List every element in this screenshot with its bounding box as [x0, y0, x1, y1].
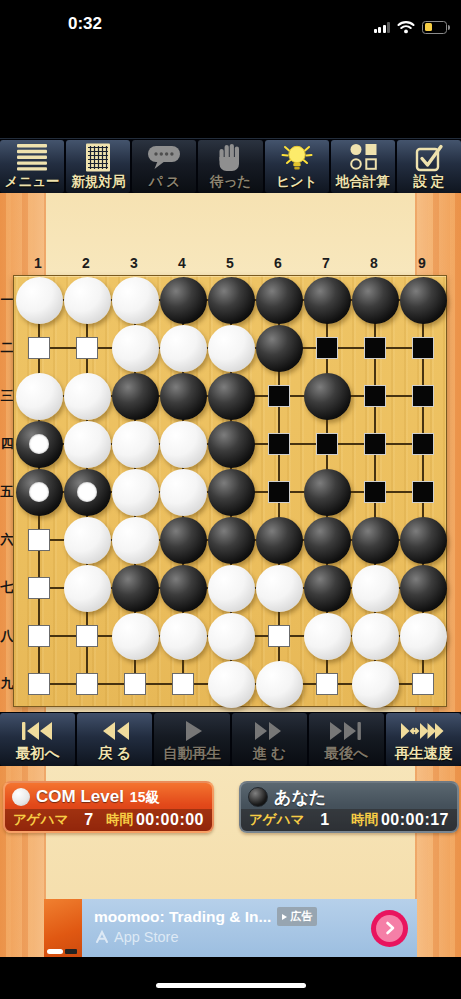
- board-cell-7-七[interactable]: [303, 564, 351, 612]
- menu-icon: [17, 141, 47, 173]
- dead-black-stone: [16, 469, 63, 516]
- pass-label: パ ス: [149, 173, 180, 191]
- board-cell-3-七[interactable]: [111, 564, 159, 612]
- black-territory-marker: [412, 481, 434, 503]
- board-cell-3-三[interactable]: [111, 372, 159, 420]
- black-captures-value: 1: [320, 811, 329, 829]
- adchoices-icon: [282, 914, 287, 920]
- board-cell-2-七[interactable]: [63, 564, 111, 612]
- column-label-1: 1: [14, 255, 62, 273]
- black-stone: [256, 277, 303, 324]
- playback-button-back[interactable]: 戻 る: [77, 713, 152, 766]
- white-stone: [112, 277, 159, 324]
- board-cell-9-四[interactable]: [399, 420, 447, 468]
- black-stone: [208, 469, 255, 516]
- go-board: [13, 275, 447, 707]
- board-cell-7-四[interactable]: [303, 420, 351, 468]
- undo-hand-icon: [217, 141, 243, 173]
- white-captures-value: 7: [84, 811, 93, 829]
- column-label-3: 3: [110, 255, 158, 273]
- board-cell-1-一[interactable]: [15, 276, 63, 324]
- white-stone: [208, 325, 255, 372]
- board-cell-6-六[interactable]: [255, 516, 303, 564]
- black-stone: [304, 373, 351, 420]
- playback-toolbar: 最初へ 戻 る 自動再生 進 む: [0, 712, 461, 766]
- board-cell-7-二[interactable]: [303, 324, 351, 372]
- board-cell-7-一[interactable]: [303, 276, 351, 324]
- skip-to-start-icon: [20, 717, 56, 744]
- black-territory-marker: [316, 337, 338, 359]
- black-stone: [160, 277, 207, 324]
- board-cell-7-八[interactable]: [303, 612, 351, 660]
- white-player-name: COM Level: [36, 787, 124, 807]
- playback-autoplay-label: 自動再生: [163, 744, 221, 763]
- white-stone: [64, 373, 111, 420]
- white-territory-marker: [28, 625, 50, 647]
- board-cell-8-七[interactable]: [351, 564, 399, 612]
- board-cell-9-六[interactable]: [399, 516, 447, 564]
- board-row-labels: 一二三四五六七八九: [0, 276, 14, 708]
- board-cell-1-八[interactable]: [15, 612, 63, 660]
- white-stone: [352, 613, 399, 660]
- white-stone: [208, 661, 255, 708]
- dead-stone-white-circle-mark: [77, 482, 97, 502]
- row-label-3: 三: [0, 372, 14, 420]
- board-cell-6-一[interactable]: [255, 276, 303, 324]
- board-cell-8-四[interactable]: [351, 420, 399, 468]
- black-territory-marker: [412, 337, 434, 359]
- board-cell-5-三[interactable]: [207, 372, 255, 420]
- dead-stone-white-circle-mark: [29, 434, 49, 454]
- ad-store-label: App Store: [114, 929, 179, 945]
- app-screen: 0:32 メニュー: [0, 0, 461, 999]
- board-cell-3-八[interactable]: [111, 612, 159, 660]
- column-label-2: 2: [62, 255, 110, 273]
- white-stone: [256, 565, 303, 612]
- white-territory-marker: [412, 673, 434, 695]
- menu-button[interactable]: メニュー: [0, 140, 64, 193]
- white-territory-marker: [28, 673, 50, 695]
- white-stone-icon: [12, 788, 30, 806]
- board-cell-8-八[interactable]: [351, 612, 399, 660]
- black-player-name: あなた: [274, 786, 326, 809]
- white-territory-marker: [28, 577, 50, 599]
- white-territory-marker: [28, 529, 50, 551]
- board-cell-8-五[interactable]: [351, 468, 399, 516]
- board-cell-9-八[interactable]: [399, 612, 447, 660]
- black-stone: [400, 277, 447, 324]
- dead-black-stone: [16, 421, 63, 468]
- board-cell-5-九[interactable]: [207, 660, 255, 708]
- board-cell-2-四[interactable]: [63, 420, 111, 468]
- black-stone: [304, 469, 351, 516]
- board-cell-2-二[interactable]: [63, 324, 111, 372]
- white-stone: [64, 277, 111, 324]
- board-cell-5-四[interactable]: [207, 420, 255, 468]
- black-time-value: 00:00:17: [381, 811, 449, 829]
- row-label-2: 二: [0, 324, 14, 372]
- black-stone: [400, 517, 447, 564]
- board-cell-7-三[interactable]: [303, 372, 351, 420]
- playback-back-label: 戻 る: [98, 744, 131, 763]
- row-label-8: 八: [0, 612, 14, 660]
- new-game-button[interactable]: 新規対局: [66, 140, 130, 193]
- board-cell-9-九[interactable]: [399, 660, 447, 708]
- board-cell-3-五[interactable]: [111, 468, 159, 516]
- board-cell-8-九[interactable]: [351, 660, 399, 708]
- board-cell-2-五[interactable]: [63, 468, 111, 516]
- board-cell-5-五[interactable]: [207, 468, 255, 516]
- row-label-6: 六: [0, 516, 14, 564]
- white-territory-marker: [172, 673, 194, 695]
- column-label-4: 4: [158, 255, 206, 273]
- board-cell-6-九[interactable]: [255, 660, 303, 708]
- app-store-icon: [94, 929, 110, 945]
- black-territory-marker: [316, 433, 338, 455]
- board-cell-4-七[interactable]: [159, 564, 207, 612]
- ad-content: moomoo: Trading & In... 広告 App Store: [82, 899, 371, 957]
- playback-button-last[interactable]: 最後へ: [309, 713, 384, 766]
- board-cell-5-七[interactable]: [207, 564, 255, 612]
- board-cell-4-一[interactable]: [159, 276, 207, 324]
- board-cell-6-五[interactable]: [255, 468, 303, 516]
- white-stone: [16, 373, 63, 420]
- settings-label: 設 定: [414, 173, 445, 191]
- row-label-4: 四: [0, 420, 14, 468]
- board-grid: [15, 276, 447, 708]
- black-stone: [208, 517, 255, 564]
- black-territory-marker: [364, 433, 386, 455]
- white-stone: [112, 517, 159, 564]
- black-territory-marker: [364, 385, 386, 407]
- board-cell-3-四[interactable]: [111, 420, 159, 468]
- black-stone: [112, 565, 159, 612]
- board-cell-4-四[interactable]: [159, 420, 207, 468]
- board-cell-1-二[interactable]: [15, 324, 63, 372]
- ad-badge: 広告: [277, 907, 317, 926]
- home-bar-area: [0, 957, 461, 999]
- playback-speed-label: 再生速度: [394, 744, 452, 763]
- white-territory-marker: [316, 673, 338, 695]
- column-label-7: 7: [302, 255, 350, 273]
- white-player-panel: COM Level 15級 アゲハマ 7 時間 00:00:00: [3, 781, 214, 833]
- board-cell-2-一[interactable]: [63, 276, 111, 324]
- ad-banner[interactable]: moomoo: Trading & In... 広告 App Store: [44, 899, 417, 957]
- white-stone: [400, 613, 447, 660]
- row-label-5: 五: [0, 468, 14, 516]
- board-cell-6-四[interactable]: [255, 420, 303, 468]
- board-cell-9-七[interactable]: [399, 564, 447, 612]
- board-cell-4-二[interactable]: [159, 324, 207, 372]
- white-territory-marker: [124, 673, 146, 695]
- play-icon: [180, 717, 204, 744]
- white-player-rank: 15級: [130, 789, 160, 807]
- black-stone: [304, 277, 351, 324]
- black-stone: [160, 517, 207, 564]
- white-territory-marker: [76, 673, 98, 695]
- white-time-label: 時間: [106, 811, 133, 829]
- menu-label: メニュー: [5, 173, 60, 191]
- white-stone: [64, 421, 111, 468]
- board-cell-9-二[interactable]: [399, 324, 447, 372]
- board-cell-4-八[interactable]: [159, 612, 207, 660]
- board-cell-3-一[interactable]: [111, 276, 159, 324]
- black-stone-icon: [248, 787, 268, 807]
- board-cell-2-六[interactable]: [63, 516, 111, 564]
- black-territory-marker: [364, 481, 386, 503]
- board-cell-4-九[interactable]: [159, 660, 207, 708]
- undo-button[interactable]: 待った: [198, 140, 262, 193]
- home-indicator[interactable]: [156, 983, 306, 988]
- board-cell-1-五[interactable]: [15, 468, 63, 516]
- dead-black-stone: [64, 469, 111, 516]
- playback-button-autoplay[interactable]: 自動再生: [154, 713, 229, 766]
- undo-label: 待った: [210, 173, 251, 191]
- white-stone: [112, 613, 159, 660]
- row-label-9: 九: [0, 660, 14, 708]
- playback-button-forward[interactable]: 進 む: [232, 713, 307, 766]
- black-stone: [352, 517, 399, 564]
- board-cell-8-三[interactable]: [351, 372, 399, 420]
- white-territory-marker: [28, 337, 50, 359]
- black-stone: [208, 373, 255, 420]
- white-stone: [352, 565, 399, 612]
- column-label-6: 6: [254, 255, 302, 273]
- status-icons: [374, 20, 448, 34]
- white-territory-marker: [76, 337, 98, 359]
- rewind-icon: [99, 717, 131, 744]
- white-stone: [112, 469, 159, 516]
- white-stone: [160, 469, 207, 516]
- wifi-icon: [397, 20, 415, 34]
- dead-stone-white-circle-mark: [29, 482, 49, 502]
- hint-bulb-icon: [279, 141, 315, 173]
- black-captures-label: アゲハマ: [249, 811, 304, 829]
- black-player-panel: あなた アゲハマ 1 時間 00:00:17: [239, 781, 459, 833]
- black-stone: [208, 277, 255, 324]
- white-stone: [112, 421, 159, 468]
- board-cell-3-九[interactable]: [111, 660, 159, 708]
- board-cell-1-九[interactable]: [15, 660, 63, 708]
- territory-count-icon: [349, 141, 377, 173]
- board-cell-8-二[interactable]: [351, 324, 399, 372]
- column-label-9: 9: [398, 255, 446, 273]
- black-territory-marker: [268, 385, 290, 407]
- top-toolbar: メニュー 新規対局 パ ス: [0, 138, 461, 193]
- black-stone: [208, 421, 255, 468]
- chevron-right-icon: [383, 921, 397, 935]
- pass-bubble-icon: [147, 141, 181, 173]
- board-cell-9-一[interactable]: [399, 276, 447, 324]
- black-time-label: 時間: [351, 811, 378, 829]
- board-cell-7-九[interactable]: [303, 660, 351, 708]
- black-stone: [352, 277, 399, 324]
- white-stone: [208, 565, 255, 612]
- playback-first-label: 最初へ: [16, 744, 60, 763]
- black-stone: [112, 373, 159, 420]
- column-label-8: 8: [350, 255, 398, 273]
- board-cell-5-六[interactable]: [207, 516, 255, 564]
- status-time: 0:32: [50, 14, 120, 34]
- board-cell-1-六[interactable]: [15, 516, 63, 564]
- ad-title: moomoo: Trading & In...: [94, 908, 271, 926]
- playback-speed-icon: [400, 717, 446, 744]
- black-stone: [304, 565, 351, 612]
- black-stone: [304, 517, 351, 564]
- playback-button-speed[interactable]: 再生速度: [386, 713, 461, 766]
- white-stone: [256, 661, 303, 708]
- board-cell-9-三[interactable]: [399, 372, 447, 420]
- white-stone: [352, 661, 399, 708]
- ad-open-button[interactable]: [371, 910, 408, 947]
- white-stone: [160, 325, 207, 372]
- white-stone: [112, 325, 159, 372]
- black-territory-marker: [412, 433, 434, 455]
- row-label-1: 一: [0, 276, 14, 324]
- board-cell-4-六[interactable]: [159, 516, 207, 564]
- white-stone: [208, 613, 255, 660]
- black-territory-marker: [412, 385, 434, 407]
- board-cell-1-四[interactable]: [15, 420, 63, 468]
- white-captures-label: アゲハマ: [13, 811, 68, 829]
- territory-count-button[interactable]: 地合計算: [331, 140, 395, 193]
- white-stone: [64, 565, 111, 612]
- board-cell-3-二[interactable]: [111, 324, 159, 372]
- pass-button[interactable]: パ ス: [132, 140, 196, 193]
- board-cell-2-三[interactable]: [63, 372, 111, 420]
- playback-last-label: 最後へ: [324, 744, 368, 763]
- board-cell-5-八[interactable]: [207, 612, 255, 660]
- black-stone: [160, 565, 207, 612]
- ad-thumbnail: [44, 899, 82, 957]
- board-cell-6-八[interactable]: [255, 612, 303, 660]
- black-stone: [160, 373, 207, 420]
- black-territory-marker: [268, 433, 290, 455]
- white-territory-marker: [268, 625, 290, 647]
- fast-forward-icon: [253, 717, 285, 744]
- settings-button[interactable]: 設 定: [397, 140, 461, 193]
- white-stone: [16, 277, 63, 324]
- white-stone: [64, 517, 111, 564]
- board-cell-7-六[interactable]: [303, 516, 351, 564]
- board-cell-6-二[interactable]: [255, 324, 303, 372]
- black-territory-marker: [364, 337, 386, 359]
- board-cell-1-三[interactable]: [15, 372, 63, 420]
- board-cell-2-八[interactable]: [63, 612, 111, 660]
- board-cell-8-一[interactable]: [351, 276, 399, 324]
- new-game-board-icon: [84, 141, 112, 173]
- board-cell-7-五[interactable]: [303, 468, 351, 516]
- board-cell-6-三[interactable]: [255, 372, 303, 420]
- board-cell-5-一[interactable]: [207, 276, 255, 324]
- battery-icon: [422, 21, 447, 34]
- board-cell-2-九[interactable]: [63, 660, 111, 708]
- playback-forward-label: 進 む: [252, 744, 285, 763]
- new-game-label: 新規対局: [71, 173, 125, 191]
- board-cell-1-七[interactable]: [15, 564, 63, 612]
- board-cell-9-五[interactable]: [399, 468, 447, 516]
- playback-button-first[interactable]: 最初へ: [0, 713, 75, 766]
- black-stone: [256, 517, 303, 564]
- hint-button[interactable]: ヒント: [265, 140, 329, 193]
- cellular-signal-icon: [374, 22, 391, 33]
- black-stone: [256, 325, 303, 372]
- board-cell-4-五[interactable]: [159, 468, 207, 516]
- settings-check-icon: [414, 141, 444, 173]
- hint-label: ヒント: [276, 173, 317, 191]
- board-cell-8-六[interactable]: [351, 516, 399, 564]
- black-territory-marker: [268, 481, 290, 503]
- board-cell-6-七[interactable]: [255, 564, 303, 612]
- board-cell-5-二[interactable]: [207, 324, 255, 372]
- territory-count-label: 地合計算: [336, 173, 390, 191]
- row-label-7: 七: [0, 564, 14, 612]
- black-stone: [400, 565, 447, 612]
- skip-to-end-icon: [328, 717, 364, 744]
- column-label-5: 5: [206, 255, 254, 273]
- white-stone: [160, 613, 207, 660]
- white-time-value: 00:00:00: [136, 811, 204, 829]
- white-stone: [304, 613, 351, 660]
- board-column-labels: 123456789: [14, 255, 446, 273]
- board-cell-4-三[interactable]: [159, 372, 207, 420]
- board-cell-3-六[interactable]: [111, 516, 159, 564]
- white-territory-marker: [76, 625, 98, 647]
- white-stone: [160, 421, 207, 468]
